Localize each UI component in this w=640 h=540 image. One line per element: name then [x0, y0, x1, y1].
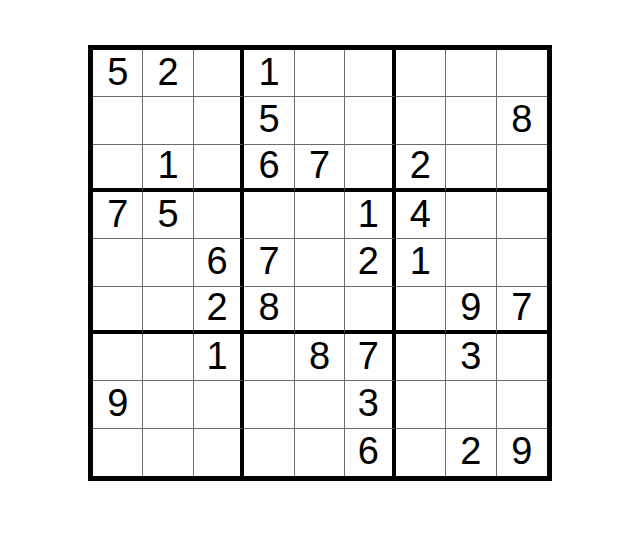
- cell-r4c8: [446, 192, 496, 239]
- cell-r8c2: [143, 381, 193, 428]
- cell-r8c7: [396, 381, 446, 428]
- cell-r4c4: [244, 192, 294, 239]
- cell-r8c1: 9: [93, 381, 143, 428]
- cell-r7c7: [396, 334, 446, 381]
- cell-r6c2: [143, 287, 193, 334]
- cell-r4c3: [194, 192, 244, 239]
- cell-r2c1: [93, 97, 143, 144]
- cell-r2c7: [396, 97, 446, 144]
- cell-r6c4: 8: [244, 287, 294, 334]
- cell-r8c3: [194, 381, 244, 428]
- cell-r8c6: 3: [345, 381, 395, 428]
- cell-r9c2: [143, 429, 193, 476]
- cell-r4c2: 5: [143, 192, 193, 239]
- cell-r2c6: [345, 97, 395, 144]
- cell-r4c9: [497, 192, 547, 239]
- cell-r5c7: 1: [396, 239, 446, 286]
- cell-r6c5: [295, 287, 345, 334]
- cell-r9c4: [244, 429, 294, 476]
- cell-r3c2: 1: [143, 145, 193, 192]
- cell-r5c9: [497, 239, 547, 286]
- cell-r2c4: 5: [244, 97, 294, 144]
- cell-r9c8: 2: [446, 429, 496, 476]
- cell-r3c1: [93, 145, 143, 192]
- cell-r2c3: [194, 97, 244, 144]
- cell-r3c7: 2: [396, 145, 446, 192]
- cell-r9c1: [93, 429, 143, 476]
- cell-r9c5: [295, 429, 345, 476]
- cell-r5c2: [143, 239, 193, 286]
- cell-r2c8: [446, 97, 496, 144]
- cell-r9c7: [396, 429, 446, 476]
- cell-r6c6: [345, 287, 395, 334]
- cell-r6c8: 9: [446, 287, 496, 334]
- cell-r3c9: [497, 145, 547, 192]
- cell-r4c1: 7: [93, 192, 143, 239]
- cell-r9c9: 9: [497, 429, 547, 476]
- cell-r8c5: [295, 381, 345, 428]
- cell-r7c6: 7: [345, 334, 395, 381]
- cell-r7c1: [93, 334, 143, 381]
- cell-r2c9: 8: [497, 97, 547, 144]
- cell-r2c2: [143, 97, 193, 144]
- cell-r1c8: [446, 50, 496, 97]
- cell-r6c7: [396, 287, 446, 334]
- cell-r8c9: [497, 381, 547, 428]
- cell-r4c5: [295, 192, 345, 239]
- cell-r5c3: 6: [194, 239, 244, 286]
- cell-r9c3: [194, 429, 244, 476]
- cell-r5c4: 7: [244, 239, 294, 286]
- cell-r7c3: 1: [194, 334, 244, 381]
- cell-r1c5: [295, 50, 345, 97]
- cell-r1c9: [497, 50, 547, 97]
- cell-r3c5: 7: [295, 145, 345, 192]
- cell-r7c4: [244, 334, 294, 381]
- cell-r7c5: 8: [295, 334, 345, 381]
- cell-r8c8: [446, 381, 496, 428]
- cell-r8c4: [244, 381, 294, 428]
- cell-r9c6: 6: [345, 429, 395, 476]
- cell-r7c9: [497, 334, 547, 381]
- cell-r4c6: 1: [345, 192, 395, 239]
- cell-r1c2: 2: [143, 50, 193, 97]
- cell-r1c7: [396, 50, 446, 97]
- cell-r6c1: [93, 287, 143, 334]
- cell-r6c3: 2: [194, 287, 244, 334]
- cell-r1c1: 5: [93, 50, 143, 97]
- cell-r6c9: 7: [497, 287, 547, 334]
- cell-r7c8: 3: [446, 334, 496, 381]
- cell-r2c5: [295, 97, 345, 144]
- cell-r5c6: 2: [345, 239, 395, 286]
- cell-r1c3: [194, 50, 244, 97]
- cell-r1c4: 1: [244, 50, 294, 97]
- cell-r3c4: 6: [244, 145, 294, 192]
- cell-r4c7: 4: [396, 192, 446, 239]
- cell-r5c5: [295, 239, 345, 286]
- cell-r1c6: [345, 50, 395, 97]
- cell-r3c6: [345, 145, 395, 192]
- cell-r5c8: [446, 239, 496, 286]
- cell-r5c1: [93, 239, 143, 286]
- cell-r7c2: [143, 334, 193, 381]
- sudoku-board: 521581672751467212897187393629: [88, 45, 552, 481]
- cell-r3c3: [194, 145, 244, 192]
- cell-r3c8: [446, 145, 496, 192]
